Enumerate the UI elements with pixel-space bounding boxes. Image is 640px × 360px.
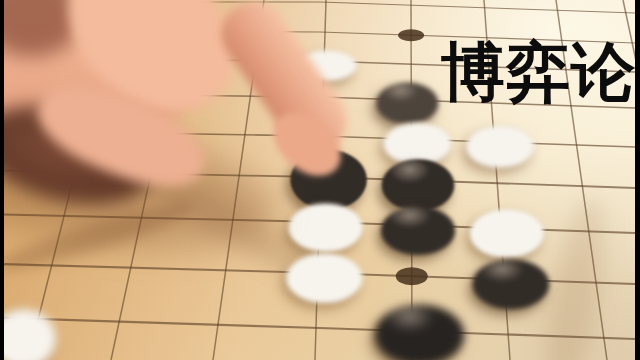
stone-white: ● [4, 303, 50, 360]
stone-white: ● [293, 47, 351, 77]
stone-black: ● [467, 255, 541, 303]
pillarbox-right [635, 0, 640, 360]
stone-white: ● [281, 249, 355, 297]
white-stone-glyph: ● [293, 42, 351, 82]
stone-highlight [383, 305, 436, 333]
pillarbox-left [0, 0, 4, 360]
stone-white: ● [461, 122, 527, 163]
video-title-overlay: 博弈论 [441, 36, 635, 110]
stone-highlight [297, 150, 343, 178]
white-stone-glyph: ● [4, 293, 50, 360]
stone-highlight [388, 160, 431, 184]
white-stone-glyph: ● [461, 114, 527, 169]
video-frame: ●●●●●●●●●●●●● 博弈论 [0, 0, 640, 360]
stone-black: ● [376, 202, 448, 249]
stone-black: ● [369, 299, 455, 357]
board-photo: ●●●●●●●●●●●●● 博弈论 [4, 0, 635, 360]
stone-highlight [382, 83, 419, 102]
white-stone-glyph: ● [281, 241, 355, 306]
stone-highlight [387, 206, 432, 229]
stone-highlight [479, 260, 525, 283]
